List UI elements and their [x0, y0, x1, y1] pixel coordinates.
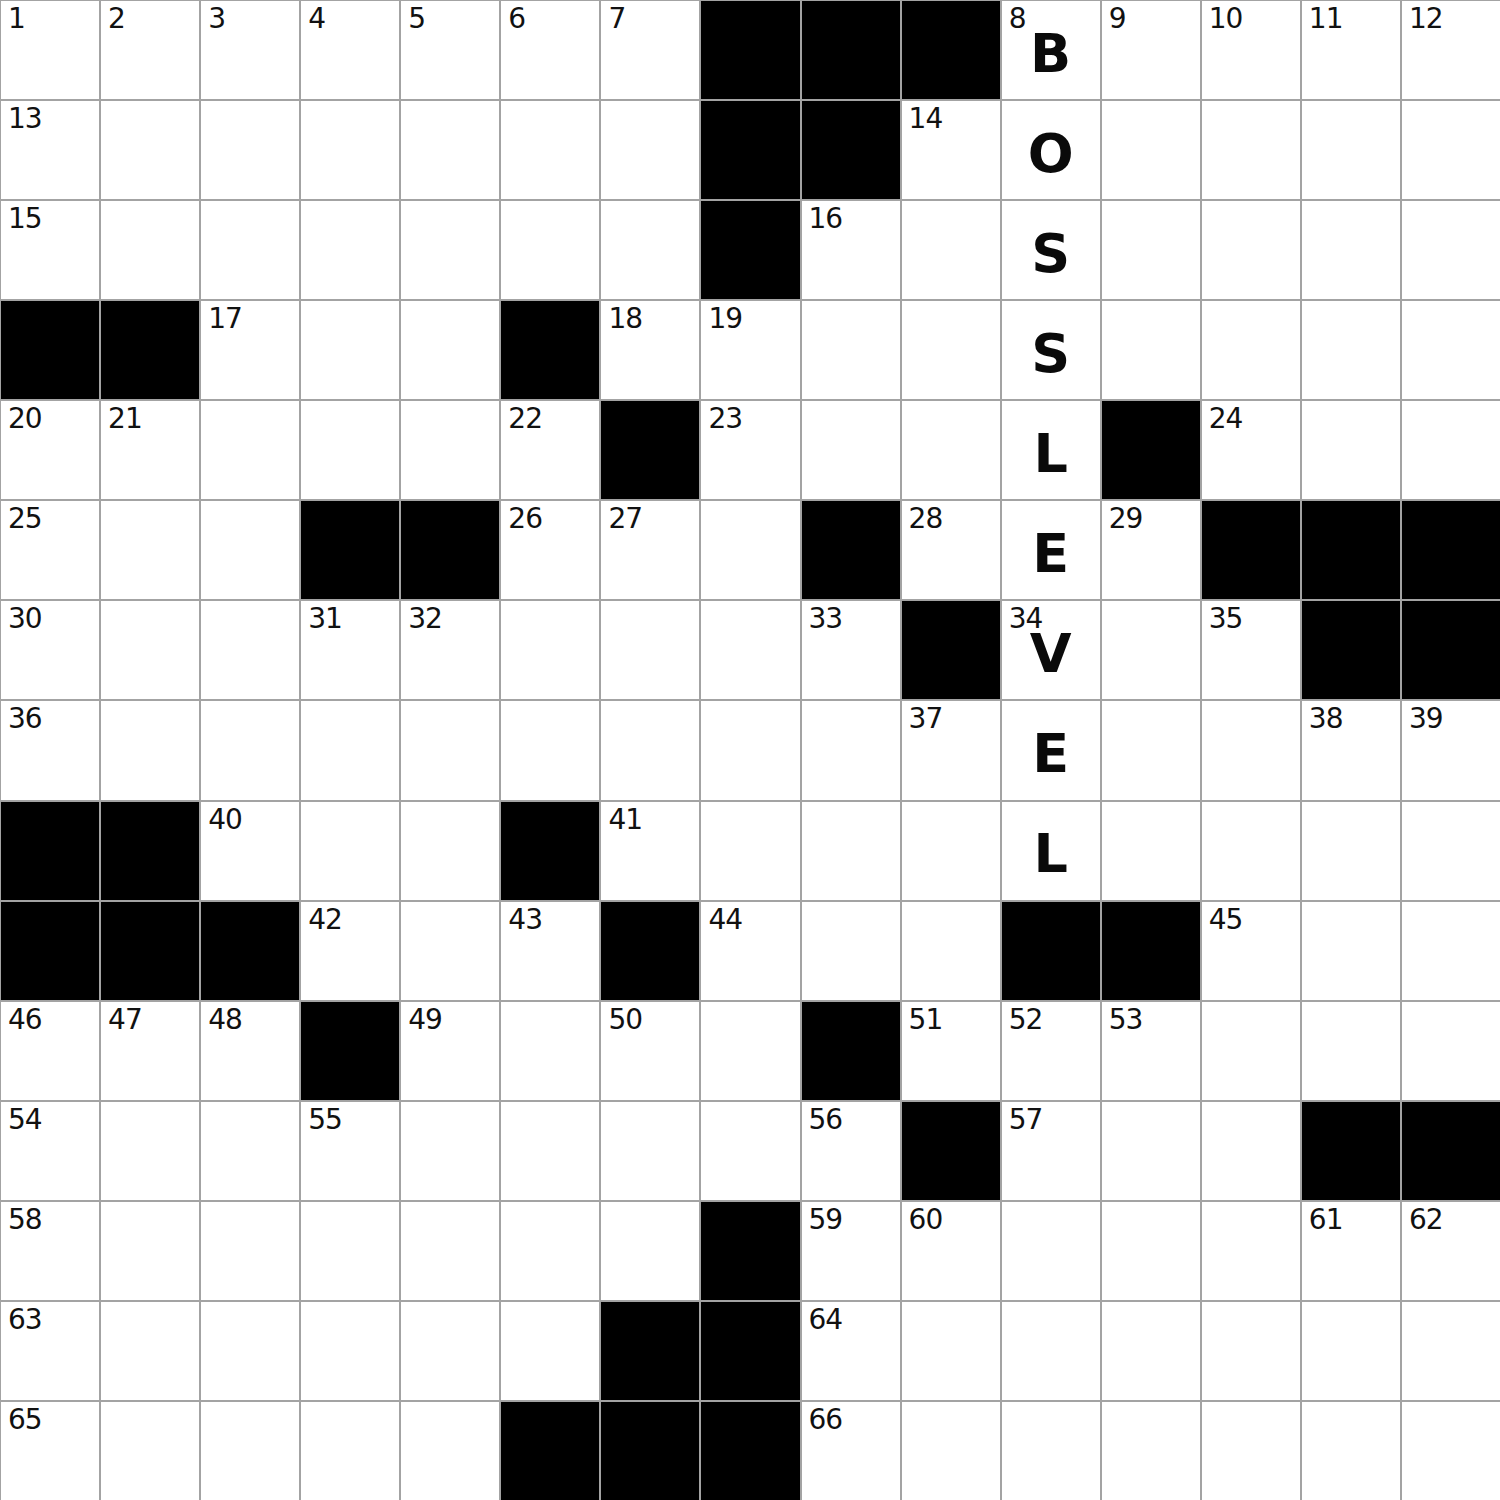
grid-cell-r12-c6[interactable]: [601, 1202, 699, 1300]
grid-cell-r8-c8[interactable]: [802, 802, 900, 900]
cell-letter: B: [1002, 1, 1100, 99]
grid-cell-r4-c14[interactable]: [1402, 401, 1500, 499]
crossword-board: 12345678B91011121314O1516S171819S2021222…: [0, 0, 1500, 1500]
grid-cell-r0-c0[interactable]: 1: [1, 1, 99, 99]
grid-cell-r10-c7[interactable]: [701, 1002, 799, 1100]
clue-number: 58: [8, 1205, 42, 1236]
grid-cell-r1-c13[interactable]: [1302, 101, 1400, 199]
black-cell-r8-c1: [101, 802, 199, 900]
grid-cell-r2-c0[interactable]: 15: [1, 201, 99, 299]
grid-cell-r1-c12[interactable]: [1202, 101, 1300, 199]
grid-cell-r10-c10[interactable]: 52: [1002, 1002, 1100, 1100]
grid-cell-r10-c2[interactable]: 48: [201, 1002, 299, 1100]
grid-cell-r5-c9[interactable]: 28: [902, 501, 1000, 599]
grid-cell-r8-c3[interactable]: [301, 802, 399, 900]
black-cell-r10-c8: [802, 1002, 900, 1100]
black-cell-r11-c13: [1302, 1102, 1400, 1200]
grid-cell-r2-c14[interactable]: [1402, 201, 1500, 299]
grid-cell-r12-c12[interactable]: [1202, 1202, 1300, 1300]
grid-cell-r8-c13[interactable]: [1302, 802, 1400, 900]
grid-cell-r13-c9[interactable]: [902, 1302, 1000, 1400]
clue-number: 9: [1109, 4, 1126, 35]
clue-number: 22: [508, 404, 542, 435]
grid-cell-r10-c12[interactable]: [1202, 1002, 1300, 1100]
grid-cell-r0-c10[interactable]: 8B: [1002, 1, 1100, 99]
cell-letter: V: [1002, 601, 1100, 699]
grid-cell-r6-c8[interactable]: 33: [802, 601, 900, 699]
black-cell-r13-c7: [701, 1302, 799, 1400]
clue-number: 50: [608, 1005, 642, 1036]
clue-number: 35: [1209, 604, 1243, 635]
grid-cell-r14-c11[interactable]: [1102, 1402, 1200, 1500]
grid-cell-r10-c6[interactable]: 50: [601, 1002, 699, 1100]
grid-cell-r14-c4[interactable]: [401, 1402, 499, 1500]
grid-cell-r13-c0[interactable]: 63: [1, 1302, 99, 1400]
grid-cell-r12-c1[interactable]: [101, 1202, 199, 1300]
clue-number: 13: [8, 104, 42, 135]
grid-cell-r6-c3[interactable]: 31: [301, 601, 399, 699]
grid-cell-r4-c13[interactable]: [1302, 401, 1400, 499]
grid-cell-r11-c11[interactable]: [1102, 1102, 1200, 1200]
grid-cell-r6-c7[interactable]: [701, 601, 799, 699]
grid-cell-r11-c4[interactable]: [401, 1102, 499, 1200]
clue-number: 1: [8, 4, 25, 35]
grid-cell-r13-c13[interactable]: [1302, 1302, 1400, 1400]
clue-number: 54: [8, 1105, 42, 1136]
grid-cell-r3-c12[interactable]: [1202, 301, 1300, 399]
grid-cell-r4-c7[interactable]: 23: [701, 401, 799, 499]
grid-cell-r7-c14[interactable]: 39: [1402, 701, 1500, 799]
black-cell-r9-c2: [201, 902, 299, 1000]
clue-number: 26: [508, 504, 542, 535]
grid-cell-r11-c10[interactable]: 57: [1002, 1102, 1100, 1200]
grid-cell-r1-c2[interactable]: [201, 101, 299, 199]
cell-letter: S: [1002, 201, 1100, 299]
grid-cell-r3-c13[interactable]: [1302, 301, 1400, 399]
grid-cell-r7-c5[interactable]: [501, 701, 599, 799]
grid-cell-r4-c4[interactable]: [401, 401, 499, 499]
grid-cell-r9-c7[interactable]: 44: [701, 902, 799, 1000]
grid-cell-r12-c5[interactable]: [501, 1202, 599, 1300]
clue-number: 53: [1109, 1005, 1143, 1036]
cell-letter: S: [1002, 301, 1100, 399]
grid-cell-r8-c11[interactable]: [1102, 802, 1200, 900]
grid-cell-r4-c3[interactable]: [301, 401, 399, 499]
grid-cell-r14-c14[interactable]: [1402, 1402, 1500, 1500]
grid-cell-r12-c3[interactable]: [301, 1202, 399, 1300]
grid-cell-r7-c13[interactable]: 38: [1302, 701, 1400, 799]
clue-number: 40: [208, 805, 242, 836]
clue-number: 15: [8, 204, 42, 235]
black-cell-r8-c5: [501, 802, 599, 900]
grid-cell-r10-c14[interactable]: [1402, 1002, 1500, 1100]
grid-cell-r2-c2[interactable]: [201, 201, 299, 299]
grid-cell-r0-c3[interactable]: 4: [301, 1, 399, 99]
grid-cell-r11-c5[interactable]: [501, 1102, 599, 1200]
grid-cell-r6-c1[interactable]: [101, 601, 199, 699]
black-cell-r12-c7: [701, 1202, 799, 1300]
grid-cell-r11-c3[interactable]: 55: [301, 1102, 399, 1200]
grid-cell-r8-c2[interactable]: 40: [201, 802, 299, 900]
cell-letter: E: [1002, 501, 1100, 599]
clue-number: 43: [508, 905, 542, 936]
grid-cell-r11-c7[interactable]: [701, 1102, 799, 1200]
clue-number: 52: [1009, 1005, 1043, 1036]
grid-cell-r1-c6[interactable]: [601, 101, 699, 199]
grid-cell-r4-c10[interactable]: L: [1002, 401, 1100, 499]
clue-number: 6: [508, 4, 525, 35]
clue-number: 21: [108, 404, 142, 435]
grid-cell-r0-c4[interactable]: 5: [401, 1, 499, 99]
grid-cell-r14-c10[interactable]: [1002, 1402, 1100, 1500]
black-cell-r13-c6: [601, 1302, 699, 1400]
grid-cell-r10-c13[interactable]: [1302, 1002, 1400, 1100]
grid-cell-r8-c4[interactable]: [401, 802, 499, 900]
grid-cell-r12-c11[interactable]: [1102, 1202, 1200, 1300]
grid-cell-r3-c10[interactable]: S: [1002, 301, 1100, 399]
grid-cell-r5-c1[interactable]: [101, 501, 199, 599]
grid-cell-r5-c11[interactable]: 29: [1102, 501, 1200, 599]
grid-cell-r8-c6[interactable]: 41: [601, 802, 699, 900]
grid-cell-r0-c13[interactable]: 11: [1302, 1, 1400, 99]
clue-number: 33: [809, 604, 843, 635]
black-cell-r9-c10: [1002, 902, 1100, 1000]
grid-cell-r14-c12[interactable]: [1202, 1402, 1300, 1500]
grid-cell-r0-c5[interactable]: 6: [501, 1, 599, 99]
clue-number: 66: [809, 1405, 843, 1436]
grid-cell-r9-c9[interactable]: [902, 902, 1000, 1000]
grid-cell-r13-c3[interactable]: [301, 1302, 399, 1400]
black-cell-r3-c0: [1, 301, 99, 399]
black-cell-r5-c13: [1302, 501, 1400, 599]
clue-number: 27: [608, 504, 642, 535]
black-cell-r3-c5: [501, 301, 599, 399]
black-cell-r11-c9: [902, 1102, 1000, 1200]
grid-cell-r8-c7[interactable]: [701, 802, 799, 900]
grid-cell-r14-c13[interactable]: [1302, 1402, 1400, 1500]
clue-number: 2: [108, 4, 125, 35]
grid-cell-r6-c12[interactable]: 35: [1202, 601, 1300, 699]
black-cell-r1-c7: [701, 101, 799, 199]
clue-number: 56: [809, 1105, 843, 1136]
clue-number: 45: [1209, 905, 1243, 936]
grid-cell-r14-c9[interactable]: [902, 1402, 1000, 1500]
black-cell-r10-c3: [301, 1002, 399, 1100]
grid-cell-r14-c8[interactable]: 66: [802, 1402, 900, 1500]
black-cell-r5-c3: [301, 501, 399, 599]
grid-cell-r0-c14[interactable]: 12: [1402, 1, 1500, 99]
black-cell-r9-c0: [1, 902, 99, 1000]
grid-cell-r2-c10[interactable]: S: [1002, 201, 1100, 299]
grid-cell-r7-c9[interactable]: 37: [902, 701, 1000, 799]
grid-cell-r4-c12[interactable]: 24: [1202, 401, 1300, 499]
grid-cell-r12-c4[interactable]: [401, 1202, 499, 1300]
grid-cell-r3-c6[interactable]: 18: [601, 301, 699, 399]
clue-number: 31: [308, 604, 342, 635]
grid-cell-r7-c2[interactable]: [201, 701, 299, 799]
clue-number: 61: [1309, 1205, 1343, 1236]
grid-cell-r2-c1[interactable]: [101, 201, 199, 299]
grid-cell-r9-c13[interactable]: [1302, 902, 1400, 1000]
grid-cell-r6-c10[interactable]: 34V: [1002, 601, 1100, 699]
grid-cell-r10-c0[interactable]: 46: [1, 1002, 99, 1100]
grid-cell-r3-c11[interactable]: [1102, 301, 1200, 399]
grid-cell-r13-c2[interactable]: [201, 1302, 299, 1400]
grid-cell-r10-c11[interactable]: 53: [1102, 1002, 1200, 1100]
clue-number: 38: [1309, 704, 1343, 735]
clue-number: 10: [1209, 4, 1243, 35]
clue-number: 60: [909, 1205, 943, 1236]
grid-cell-r13-c1[interactable]: [101, 1302, 199, 1400]
clue-number: 4: [308, 4, 325, 35]
grid-cell-r3-c2[interactable]: 17: [201, 301, 299, 399]
grid-cell-r3-c14[interactable]: [1402, 301, 1500, 399]
grid-cell-r1-c5[interactable]: [501, 101, 599, 199]
grid-cell-r2-c4[interactable]: [401, 201, 499, 299]
grid-cell-r2-c12[interactable]: [1202, 201, 1300, 299]
black-cell-r0-c9: [902, 1, 1000, 99]
clue-number: 24: [1209, 404, 1243, 435]
grid-cell-r5-c10[interactable]: E: [1002, 501, 1100, 599]
clue-number: 55: [308, 1105, 342, 1136]
clue-number: 59: [809, 1205, 843, 1236]
grid-cell-r9-c3[interactable]: 42: [301, 902, 399, 1000]
grid-cell-r3-c9[interactable]: [902, 301, 1000, 399]
grid-cell-r5-c0[interactable]: 25: [1, 501, 99, 599]
grid-cell-r5-c7[interactable]: [701, 501, 799, 599]
clue-number: 49: [408, 1005, 442, 1036]
clue-number: 46: [8, 1005, 42, 1036]
grid-cell-r12-c0[interactable]: 58: [1, 1202, 99, 1300]
grid-cell-r6-c11[interactable]: [1102, 601, 1200, 699]
grid-cell-r1-c1[interactable]: [101, 101, 199, 199]
grid-cell-r5-c5[interactable]: 26: [501, 501, 599, 599]
grid-cell-r8-c9[interactable]: [902, 802, 1000, 900]
grid-cell-r13-c14[interactable]: [1402, 1302, 1500, 1400]
clue-number: 3: [208, 4, 225, 35]
grid-cell-r1-c11[interactable]: [1102, 101, 1200, 199]
grid-cell-r1-c10[interactable]: O: [1002, 101, 1100, 199]
grid-cell-r6-c0[interactable]: 30: [1, 601, 99, 699]
clue-number: 63: [8, 1305, 42, 1336]
grid-cell-r14-c2[interactable]: [201, 1402, 299, 1500]
grid-cell-r12-c14[interactable]: 62: [1402, 1202, 1500, 1300]
black-cell-r9-c1: [101, 902, 199, 1000]
grid-cell-r13-c8[interactable]: 64: [802, 1302, 900, 1400]
black-cell-r5-c4: [401, 501, 499, 599]
grid-cell-r3-c3[interactable]: [301, 301, 399, 399]
grid-cell-r2-c8[interactable]: 16: [802, 201, 900, 299]
black-cell-r3-c1: [101, 301, 199, 399]
grid-cell-r7-c10[interactable]: E: [1002, 701, 1100, 799]
grid-cell-r7-c7[interactable]: [701, 701, 799, 799]
grid-cell-r2-c5[interactable]: [501, 201, 599, 299]
clue-number: 65: [8, 1405, 42, 1436]
clue-number: 44: [708, 905, 742, 936]
grid-cell-r8-c12[interactable]: [1202, 802, 1300, 900]
clue-number: 5: [408, 4, 425, 35]
grid-cell-r1-c3[interactable]: [301, 101, 399, 199]
grid-cell-r13-c4[interactable]: [401, 1302, 499, 1400]
grid-cell-r9-c8[interactable]: [802, 902, 900, 1000]
black-cell-r5-c12: [1202, 501, 1300, 599]
grid-cell-r11-c0[interactable]: 54: [1, 1102, 99, 1200]
grid-cell-r3-c8[interactable]: [802, 301, 900, 399]
black-cell-r9-c6: [601, 902, 699, 1000]
grid-cell-r10-c5[interactable]: [501, 1002, 599, 1100]
grid-cell-r2-c11[interactable]: [1102, 201, 1200, 299]
cell-letter: L: [1002, 401, 1100, 499]
grid-cell-r10-c9[interactable]: 51: [902, 1002, 1000, 1100]
grid-cell-r12-c13[interactable]: 61: [1302, 1202, 1400, 1300]
grid-cell-r7-c8[interactable]: [802, 701, 900, 799]
grid-cell-r4-c1[interactable]: 21: [101, 401, 199, 499]
grid-cell-r5-c6[interactable]: 27: [601, 501, 699, 599]
black-cell-r4-c6: [601, 401, 699, 499]
cell-letter: E: [1002, 701, 1100, 799]
grid-cell-r11-c2[interactable]: [201, 1102, 299, 1200]
grid-cell-r4-c2[interactable]: [201, 401, 299, 499]
grid-cell-r4-c5[interactable]: 22: [501, 401, 599, 499]
grid-cell-r6-c2[interactable]: [201, 601, 299, 699]
grid-cell-r11-c6[interactable]: [601, 1102, 699, 1200]
clue-number: 19: [708, 304, 742, 335]
grid-cell-r12-c8[interactable]: 59: [802, 1202, 900, 1300]
cell-letter: O: [1002, 101, 1100, 199]
grid-cell-r11-c1[interactable]: [101, 1102, 199, 1200]
black-cell-r6-c9: [902, 601, 1000, 699]
grid-cell-r7-c11[interactable]: [1102, 701, 1200, 799]
grid-cell-r12-c2[interactable]: [201, 1202, 299, 1300]
grid-cell-r7-c3[interactable]: [301, 701, 399, 799]
grid-cell-r9-c4[interactable]: [401, 902, 499, 1000]
grid-cell-r9-c5[interactable]: 43: [501, 902, 599, 1000]
grid-cell-r8-c14[interactable]: [1402, 802, 1500, 900]
black-cell-r5-c8: [802, 501, 900, 599]
clue-number: 36: [8, 704, 42, 735]
grid-cell-r0-c11[interactable]: 9: [1102, 1, 1200, 99]
clue-number: 42: [308, 905, 342, 936]
grid-cell-r10-c1[interactable]: 47: [101, 1002, 199, 1100]
grid-cell-r1-c4[interactable]: [401, 101, 499, 199]
grid-cell-r4-c9[interactable]: [902, 401, 1000, 499]
black-cell-r6-c14: [1402, 601, 1500, 699]
grid-cell-r2-c9[interactable]: [902, 201, 1000, 299]
grid-cell-r3-c4[interactable]: [401, 301, 499, 399]
clue-number: 18: [608, 304, 642, 335]
grid-cell-r6-c4[interactable]: 32: [401, 601, 499, 699]
black-cell-r11-c14: [1402, 1102, 1500, 1200]
clue-number: 37: [909, 704, 943, 735]
grid-cell-r4-c8[interactable]: [802, 401, 900, 499]
grid-cell-r6-c6[interactable]: [601, 601, 699, 699]
grid-cell-r14-c1[interactable]: [101, 1402, 199, 1500]
black-cell-r4-c11: [1102, 401, 1200, 499]
grid-cell-r11-c8[interactable]: 56: [802, 1102, 900, 1200]
grid-cell-r11-c12[interactable]: [1202, 1102, 1300, 1200]
clue-number: 12: [1409, 4, 1443, 35]
black-cell-r14-c6: [601, 1402, 699, 1500]
black-cell-r2-c7: [701, 201, 799, 299]
clue-number: 7: [608, 4, 625, 35]
clue-number: 14: [909, 104, 943, 135]
grid-cell-r12-c10[interactable]: [1002, 1202, 1100, 1300]
grid-cell-r7-c0[interactable]: 36: [1, 701, 99, 799]
clue-number: 41: [608, 805, 642, 836]
grid-cell-r4-c0[interactable]: 20: [1, 401, 99, 499]
cell-letter: L: [1002, 802, 1100, 900]
clue-number: 48: [208, 1005, 242, 1036]
grid-cell-r0-c12[interactable]: 10: [1202, 1, 1300, 99]
grid-cell-r9-c12[interactable]: 45: [1202, 902, 1300, 1000]
clue-number: 64: [809, 1305, 843, 1336]
clue-number: 51: [909, 1005, 943, 1036]
grid-cell-r13-c12[interactable]: [1202, 1302, 1300, 1400]
grid-cell-r14-c3[interactable]: [301, 1402, 399, 1500]
black-cell-r1-c8: [802, 101, 900, 199]
black-cell-r0-c7: [701, 1, 799, 99]
grid-cell-r7-c4[interactable]: [401, 701, 499, 799]
black-cell-r0-c8: [802, 1, 900, 99]
clue-number: 30: [8, 604, 42, 635]
grid-cell-r0-c1[interactable]: 2: [101, 1, 199, 99]
grid-cell-r1-c14[interactable]: [1402, 101, 1500, 199]
grid-cell-r0-c2[interactable]: 3: [201, 1, 299, 99]
grid-cell-r13-c11[interactable]: [1102, 1302, 1200, 1400]
grid-cell-r7-c1[interactable]: [101, 701, 199, 799]
grid-cell-r3-c7[interactable]: 19: [701, 301, 799, 399]
grid-cell-r0-c6[interactable]: 7: [601, 1, 699, 99]
grid-cell-r6-c5[interactable]: [501, 601, 599, 699]
grid-cell-r13-c5[interactable]: [501, 1302, 599, 1400]
grid-cell-r2-c13[interactable]: [1302, 201, 1400, 299]
grid-cell-r2-c3[interactable]: [301, 201, 399, 299]
clue-number: 47: [108, 1005, 142, 1036]
clue-number: 32: [408, 604, 442, 635]
clue-number: 17: [208, 304, 242, 335]
clue-number: 11: [1309, 4, 1343, 35]
grid-cell-r7-c12[interactable]: [1202, 701, 1300, 799]
black-cell-r14-c7: [701, 1402, 799, 1500]
grid-cell-r2-c6[interactable]: [601, 201, 699, 299]
grid-cell-r8-c10[interactable]: L: [1002, 802, 1100, 900]
grid-cell-r7-c6[interactable]: [601, 701, 699, 799]
clue-number: 29: [1109, 504, 1143, 535]
clue-number: 20: [8, 404, 42, 435]
black-cell-r9-c11: [1102, 902, 1200, 1000]
clue-number: 62: [1409, 1205, 1443, 1236]
grid-cell-r14-c0[interactable]: 65: [1, 1402, 99, 1500]
clue-number: 16: [809, 204, 843, 235]
grid-cell-r1-c9[interactable]: 14: [902, 101, 1000, 199]
clue-number: 23: [708, 404, 742, 435]
grid-cell-r10-c4[interactable]: 49: [401, 1002, 499, 1100]
black-cell-r6-c13: [1302, 601, 1400, 699]
clue-number: 39: [1409, 704, 1443, 735]
grid-cell-r9-c14[interactable]: [1402, 902, 1500, 1000]
black-cell-r5-c14: [1402, 501, 1500, 599]
grid-cell-r12-c9[interactable]: 60: [902, 1202, 1000, 1300]
clue-number: 25: [8, 504, 42, 535]
grid-cell-r5-c2[interactable]: [201, 501, 299, 599]
black-cell-r8-c0: [1, 802, 99, 900]
grid-cell-r13-c10[interactable]: [1002, 1302, 1100, 1400]
grid-cell-r1-c0[interactable]: 13: [1, 101, 99, 199]
clue-number: 57: [1009, 1105, 1043, 1136]
clue-number: 28: [909, 504, 943, 535]
black-cell-r14-c5: [501, 1402, 599, 1500]
